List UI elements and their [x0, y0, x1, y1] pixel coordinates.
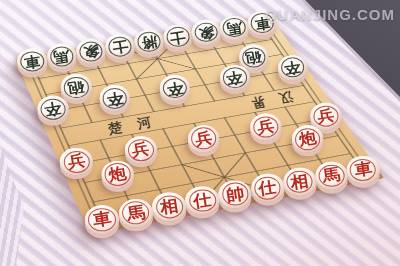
piece-glyph: 砲	[245, 49, 263, 66]
piece-glyph: 相	[290, 173, 310, 192]
piece-red-soldier[interactable]: 兵	[188, 125, 220, 152]
piece-glyph: 士	[169, 29, 187, 45]
piece-red-chariot[interactable]: 車	[347, 156, 380, 184]
piece-red-cannon[interactable]: 炮	[292, 126, 324, 153]
piece-black-cannon[interactable]: 砲	[61, 74, 91, 100]
piece-red-general[interactable]: 帥	[219, 180, 252, 208]
piece-glyph: 象	[197, 24, 214, 40]
piece-glyph: 車	[23, 53, 41, 70]
piece-glyph: 卒	[284, 59, 302, 76]
piece-glyph: 帥	[225, 185, 245, 204]
piece-black-soldier[interactable]: 卒	[160, 75, 190, 101]
piece-glyph: 炮	[298, 130, 317, 148]
piece-glyph: 車	[353, 161, 373, 179]
piece-glyph: 炮	[108, 165, 128, 184]
watermark-text: QUANJING.COM	[265, 6, 395, 23]
piece-red-soldier[interactable]: 兵	[311, 103, 342, 130]
piece-glyph: 兵	[317, 107, 336, 125]
piece-glyph: 象	[82, 43, 100, 60]
piece-red-elephant[interactable]: 相	[152, 193, 186, 222]
piece-red-horse[interactable]: 馬	[315, 162, 348, 190]
piece-red-cannon[interactable]: 炮	[101, 160, 134, 188]
piece-black-horse[interactable]: 馬	[220, 16, 249, 40]
piece-red-soldier[interactable]: 兵	[125, 136, 157, 163]
piece-red-soldier[interactable]: 兵	[250, 114, 281, 141]
piece-glyph: 卒	[105, 90, 124, 107]
piece-glyph: 兵	[194, 130, 213, 148]
piece-glyph: 卒	[225, 69, 243, 86]
piece-glyph: 兵	[131, 141, 151, 159]
piece-glyph: 仕	[192, 191, 212, 210]
piece-glyph: 車	[92, 210, 113, 229]
piece-black-general[interactable]: 將	[135, 29, 164, 54]
piece-glyph: 馬	[225, 20, 242, 36]
piece-glyph: 將	[140, 34, 158, 50]
piece-glyph: 兵	[256, 118, 275, 136]
piece-black-chariot[interactable]: 車	[17, 48, 47, 73]
piece-glyph: 卒	[166, 79, 184, 96]
piece-black-elephant[interactable]: 象	[77, 39, 106, 64]
piece-glyph: 砲	[67, 79, 85, 96]
piece-red-soldier[interactable]: 兵	[60, 148, 92, 176]
piece-red-chariot[interactable]: 車	[85, 205, 119, 234]
piece-glyph: 馬	[53, 48, 71, 65]
piece-glyph: 馬	[125, 204, 146, 223]
piece-glyph: 卒	[44, 100, 63, 117]
piece-black-advisor[interactable]: 士	[106, 34, 135, 59]
piece-black-soldier[interactable]: 卒	[38, 96, 69, 122]
piece-black-horse[interactable]: 馬	[47, 44, 76, 69]
piece-black-soldier[interactable]: 卒	[278, 55, 308, 80]
piece-red-advisor[interactable]: 仕	[186, 186, 220, 215]
piece-red-advisor[interactable]: 仕	[251, 174, 284, 202]
piece-black-cannon[interactable]: 砲	[239, 45, 268, 70]
piece-black-soldier[interactable]: 卒	[220, 65, 250, 91]
piece-glyph: 兵	[67, 152, 87, 170]
piece-red-horse[interactable]: 馬	[119, 199, 153, 228]
pieces-layer: 車馬象士將士象馬車砲砲卒卒卒卒卒兵兵兵兵兵炮炮車馬相仕帥仕相馬車	[0, 0, 400, 266]
piece-glyph: 馬	[322, 167, 342, 186]
piece-black-soldier[interactable]: 卒	[99, 85, 130, 111]
photo-stage: QUANJING.COM	[0, 0, 400, 266]
piece-glyph: 士	[111, 38, 129, 54]
piece-red-elephant[interactable]: 相	[283, 168, 316, 196]
piece-black-advisor[interactable]: 士	[163, 25, 192, 50]
piece-glyph: 相	[159, 197, 180, 216]
piece-glyph: 仕	[257, 179, 277, 198]
piece-black-elephant[interactable]: 象	[192, 20, 221, 44]
